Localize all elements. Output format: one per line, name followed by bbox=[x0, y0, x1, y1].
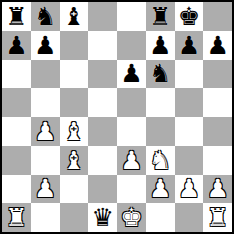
piece-wp-b4[interactable]: ♟ bbox=[34, 119, 56, 144]
piece-bb-c8[interactable]: ♝ bbox=[63, 4, 85, 29]
piece-wp-e3[interactable]: ♟ bbox=[120, 148, 142, 173]
piece-bp-b7[interactable]: ♟ bbox=[34, 33, 56, 58]
piece-bp-h7[interactable]: ♟ bbox=[206, 33, 228, 58]
chess-board: ♜♞♝♜♚♟♟♟♟♟♟♞♟♝♝♟♞♟♟♟♟♜♛♚♜ bbox=[0, 0, 234, 234]
square-g1[interactable] bbox=[175, 203, 204, 232]
square-g6[interactable] bbox=[175, 60, 204, 89]
square-a3[interactable] bbox=[2, 146, 31, 175]
square-c8[interactable]: ♝ bbox=[60, 2, 89, 31]
square-h1[interactable]: ♜ bbox=[203, 203, 232, 232]
square-c6[interactable] bbox=[60, 60, 89, 89]
square-f3[interactable]: ♞ bbox=[146, 146, 175, 175]
square-b6[interactable] bbox=[31, 60, 60, 89]
square-b8[interactable]: ♞ bbox=[31, 2, 60, 31]
square-h5[interactable] bbox=[203, 88, 232, 117]
square-e8[interactable] bbox=[117, 2, 146, 31]
square-h4[interactable] bbox=[203, 117, 232, 146]
piece-bq-d1[interactable]: ♛ bbox=[91, 205, 113, 230]
piece-bp-e6[interactable]: ♟ bbox=[120, 61, 142, 86]
piece-bn-f6[interactable]: ♞ bbox=[149, 61, 171, 86]
square-a7[interactable]: ♟ bbox=[2, 31, 31, 60]
square-f7[interactable]: ♟ bbox=[146, 31, 175, 60]
square-c3[interactable]: ♝ bbox=[60, 146, 89, 175]
square-d3[interactable] bbox=[88, 146, 117, 175]
square-g5[interactable] bbox=[175, 88, 204, 117]
square-c7[interactable] bbox=[60, 31, 89, 60]
square-d7[interactable] bbox=[88, 31, 117, 60]
piece-wp-g2[interactable]: ♟ bbox=[178, 176, 200, 201]
chess-diagram: ♜♞♝♜♚♟♟♟♟♟♟♞♟♝♝♟♞♟♟♟♟♜♛♚♜ bbox=[0, 0, 234, 234]
square-a2[interactable] bbox=[2, 175, 31, 204]
square-c4[interactable]: ♝ bbox=[60, 117, 89, 146]
piece-wr-h1[interactable]: ♜ bbox=[206, 205, 228, 230]
square-f1[interactable] bbox=[146, 203, 175, 232]
square-g7[interactable]: ♟ bbox=[175, 31, 204, 60]
piece-br-f8[interactable]: ♜ bbox=[149, 4, 171, 29]
square-e1[interactable]: ♚ bbox=[117, 203, 146, 232]
piece-bp-g7[interactable]: ♟ bbox=[178, 33, 200, 58]
square-c1[interactable] bbox=[60, 203, 89, 232]
square-h8[interactable] bbox=[203, 2, 232, 31]
square-a5[interactable] bbox=[2, 88, 31, 117]
piece-wp-b2[interactable]: ♟ bbox=[34, 176, 56, 201]
square-h7[interactable]: ♟ bbox=[203, 31, 232, 60]
piece-wb-c3[interactable]: ♝ bbox=[63, 148, 85, 173]
square-a4[interactable] bbox=[2, 117, 31, 146]
square-g2[interactable]: ♟ bbox=[175, 175, 204, 204]
square-b7[interactable]: ♟ bbox=[31, 31, 60, 60]
square-d1[interactable]: ♛ bbox=[88, 203, 117, 232]
square-d2[interactable] bbox=[88, 175, 117, 204]
square-h6[interactable] bbox=[203, 60, 232, 89]
piece-wb-c4[interactable]: ♝ bbox=[63, 119, 85, 144]
square-h2[interactable]: ♟ bbox=[203, 175, 232, 204]
piece-bp-a7[interactable]: ♟ bbox=[5, 33, 27, 58]
piece-bk-g8[interactable]: ♚ bbox=[178, 4, 200, 29]
square-d5[interactable] bbox=[88, 88, 117, 117]
square-b4[interactable]: ♟ bbox=[31, 117, 60, 146]
square-h3[interactable] bbox=[203, 146, 232, 175]
square-e3[interactable]: ♟ bbox=[117, 146, 146, 175]
square-a1[interactable]: ♜ bbox=[2, 203, 31, 232]
square-b1[interactable] bbox=[31, 203, 60, 232]
square-e4[interactable] bbox=[117, 117, 146, 146]
piece-wr-a1[interactable]: ♜ bbox=[5, 205, 27, 230]
square-a6[interactable] bbox=[2, 60, 31, 89]
square-f5[interactable] bbox=[146, 88, 175, 117]
square-b3[interactable] bbox=[31, 146, 60, 175]
piece-bn-b8[interactable]: ♞ bbox=[34, 4, 56, 29]
square-e2[interactable] bbox=[117, 175, 146, 204]
square-d6[interactable] bbox=[88, 60, 117, 89]
square-e5[interactable] bbox=[117, 88, 146, 117]
square-c2[interactable] bbox=[60, 175, 89, 204]
piece-wk-e1[interactable]: ♚ bbox=[120, 205, 142, 230]
square-f6[interactable]: ♞ bbox=[146, 60, 175, 89]
piece-bp-f7[interactable]: ♟ bbox=[149, 33, 171, 58]
square-d4[interactable] bbox=[88, 117, 117, 146]
square-a8[interactable]: ♜ bbox=[2, 2, 31, 31]
square-g4[interactable] bbox=[175, 117, 204, 146]
square-e7[interactable] bbox=[117, 31, 146, 60]
square-b5[interactable] bbox=[31, 88, 60, 117]
square-c5[interactable] bbox=[60, 88, 89, 117]
square-g8[interactable]: ♚ bbox=[175, 2, 204, 31]
square-f2[interactable]: ♟ bbox=[146, 175, 175, 204]
square-d8[interactable] bbox=[88, 2, 117, 31]
square-b2[interactable]: ♟ bbox=[31, 175, 60, 204]
piece-wn-f3[interactable]: ♞ bbox=[149, 148, 171, 173]
piece-wp-h2[interactable]: ♟ bbox=[206, 176, 228, 201]
square-e6[interactable]: ♟ bbox=[117, 60, 146, 89]
square-g3[interactable] bbox=[175, 146, 204, 175]
piece-br-a8[interactable]: ♜ bbox=[5, 4, 27, 29]
piece-wp-f2[interactable]: ♟ bbox=[149, 176, 171, 201]
square-f8[interactable]: ♜ bbox=[146, 2, 175, 31]
square-f4[interactable] bbox=[146, 117, 175, 146]
